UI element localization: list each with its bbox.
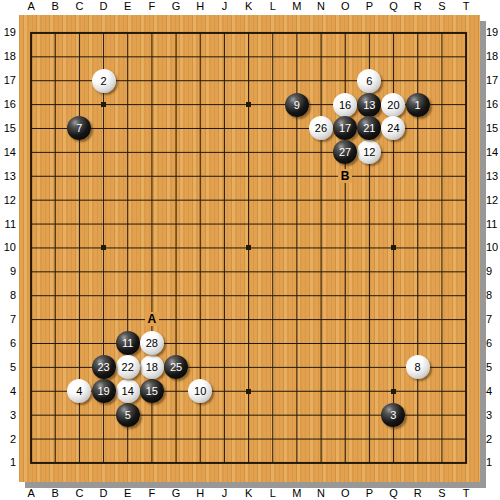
stone-black-23: 23 (92, 355, 116, 379)
coord-left-14: 14 (0, 146, 16, 159)
coord-top-N: N (309, 0, 333, 13)
coord-right-1: 1 (486, 456, 500, 469)
coord-left-7: 7 (0, 313, 16, 326)
coord-bottom-P: P (357, 487, 381, 500)
stone-number: 8 (415, 361, 421, 373)
stone-number: 24 (387, 122, 399, 134)
stone-white-10: 10 (188, 379, 212, 403)
star-point-d10 (101, 245, 106, 250)
coord-right-6: 6 (486, 337, 500, 350)
coord-left-13: 13 (0, 170, 16, 183)
coord-left-11: 11 (0, 218, 16, 231)
stone-white-26: 26 (309, 116, 333, 140)
coord-left-5: 5 (0, 361, 16, 374)
coord-bottom-D: D (92, 487, 116, 500)
stone-number: 20 (387, 99, 399, 111)
coord-top-F: F (140, 0, 164, 13)
stone-number: 13 (363, 99, 375, 111)
coord-top-L: L (261, 0, 285, 13)
stone-number: 21 (363, 122, 375, 134)
coord-top-Q: Q (382, 0, 406, 13)
stone-number: 6 (366, 75, 372, 87)
coord-right-12: 12 (486, 194, 500, 207)
coord-bottom-S: S (430, 487, 454, 500)
stone-number: 5 (125, 409, 131, 421)
stone-number: 2 (100, 75, 106, 87)
coord-right-7: 7 (486, 313, 500, 326)
stone-black-5: 5 (116, 403, 140, 427)
marker-b: B (338, 169, 352, 183)
stone-white-6: 6 (357, 69, 381, 93)
stone-black-7: 7 (67, 116, 91, 140)
coord-left-18: 18 (0, 50, 16, 63)
coord-right-14: 14 (486, 146, 500, 159)
coord-top-J: J (212, 0, 236, 13)
stone-white-2: 2 (92, 69, 116, 93)
coord-right-11: 11 (486, 218, 500, 231)
coord-bottom-A: A (19, 487, 43, 500)
star-point-q10 (391, 245, 396, 250)
coord-right-4: 4 (486, 385, 500, 398)
goban[interactable]: 1234567891011121314151617181920212223242… (19, 15, 480, 482)
marker-a: A (145, 312, 159, 326)
go-diagram: 1234567891011121314151617181920212223242… (0, 0, 500, 500)
stone-black-13: 13 (357, 93, 381, 117)
coord-right-13: 13 (486, 170, 500, 183)
stone-white-8: 8 (406, 355, 430, 379)
coord-bottom-H: H (188, 487, 212, 500)
stone-white-14: 14 (116, 379, 140, 403)
coord-left-15: 15 (0, 122, 16, 135)
coord-right-9: 9 (486, 265, 500, 278)
stone-number: 25 (170, 361, 182, 373)
coord-right-17: 17 (486, 74, 500, 87)
stone-number: 22 (122, 361, 134, 373)
coord-bottom-L: L (261, 487, 285, 500)
coord-right-8: 8 (486, 289, 500, 302)
coord-right-2: 2 (486, 433, 500, 446)
coord-right-10: 10 (486, 241, 500, 254)
stone-number: 26 (315, 122, 327, 134)
coord-bottom-T: T (454, 487, 478, 500)
coord-left-4: 4 (0, 385, 16, 398)
coord-left-12: 12 (0, 194, 16, 207)
coord-top-H: H (188, 0, 212, 13)
coord-top-T: T (454, 0, 478, 13)
stone-number: 11 (122, 337, 133, 349)
stone-number: 4 (76, 385, 82, 397)
coord-left-9: 9 (0, 265, 16, 278)
coord-top-D: D (92, 0, 116, 13)
stone-black-19: 19 (92, 379, 116, 403)
star-point-k10 (246, 245, 251, 250)
stone-number: 23 (97, 361, 109, 373)
stone-black-15: 15 (140, 379, 164, 403)
stone-number: 3 (390, 409, 396, 421)
stone-number: 9 (294, 99, 300, 111)
coord-top-E: E (116, 0, 140, 13)
stone-number: 7 (76, 122, 82, 134)
stone-black-9: 9 (285, 93, 309, 117)
stone-black-17: 17 (333, 116, 357, 140)
stone-number: 18 (146, 361, 158, 373)
coord-top-R: R (406, 0, 430, 13)
coord-left-10: 10 (0, 241, 16, 254)
coord-bottom-N: N (309, 487, 333, 500)
stone-number: 12 (363, 146, 375, 158)
stone-white-18: 18 (140, 355, 164, 379)
coord-left-3: 3 (0, 409, 16, 422)
stone-number: 19 (97, 385, 109, 397)
stone-black-25: 25 (164, 355, 188, 379)
coord-bottom-F: F (140, 487, 164, 500)
stone-white-20: 20 (381, 93, 405, 117)
star-point-q4 (391, 389, 396, 394)
stone-number: 17 (339, 122, 351, 134)
stone-number: 16 (339, 99, 351, 111)
coord-bottom-Q: Q (382, 487, 406, 500)
coord-top-A: A (19, 0, 43, 13)
coord-top-K: K (237, 0, 261, 13)
stone-number: 1 (415, 99, 421, 111)
stone-black-11: 11 (116, 331, 140, 355)
star-point-d16 (101, 102, 106, 107)
coord-bottom-K: K (237, 487, 261, 500)
coord-left-8: 8 (0, 289, 16, 302)
stone-black-3: 3 (381, 403, 405, 427)
coord-left-16: 16 (0, 98, 16, 111)
coord-bottom-C: C (67, 487, 91, 500)
coord-right-5: 5 (486, 361, 500, 374)
coord-bottom-R: R (406, 487, 430, 500)
coord-bottom-G: G (164, 487, 188, 500)
stone-number: 10 (194, 385, 206, 397)
stone-number: 27 (339, 146, 351, 158)
coord-top-B: B (43, 0, 67, 13)
stone-number: 15 (146, 385, 158, 397)
board-grid: 1234567891011121314151617181920212223242… (19, 21, 478, 475)
coord-left-6: 6 (0, 337, 16, 350)
coord-top-C: C (67, 0, 91, 13)
coord-left-1: 1 (0, 456, 16, 469)
coord-right-18: 18 (486, 50, 500, 63)
stone-white-12: 12 (357, 140, 381, 164)
stone-black-1: 1 (406, 93, 430, 117)
coord-right-16: 16 (486, 98, 500, 111)
coord-top-G: G (164, 0, 188, 13)
stone-white-22: 22 (116, 355, 140, 379)
stone-white-16: 16 (333, 93, 357, 117)
stone-black-21: 21 (357, 116, 381, 140)
coord-bottom-J: J (212, 487, 236, 500)
coord-left-17: 17 (0, 74, 16, 87)
coord-top-M: M (285, 0, 309, 13)
stone-number: 28 (146, 337, 158, 349)
stone-number: 14 (122, 385, 134, 397)
coord-right-19: 19 (486, 26, 500, 39)
coord-bottom-M: M (285, 487, 309, 500)
stone-black-27: 27 (333, 140, 357, 164)
coord-left-19: 19 (0, 26, 16, 39)
star-point-k4 (246, 389, 251, 394)
stone-white-4: 4 (67, 379, 91, 403)
coord-top-S: S (430, 0, 454, 13)
coord-bottom-O: O (333, 487, 357, 500)
coord-bottom-E: E (116, 487, 140, 500)
coord-left-2: 2 (0, 433, 16, 446)
coord-bottom-B: B (43, 487, 67, 500)
stone-white-24: 24 (381, 116, 405, 140)
stone-white-28: 28 (140, 331, 164, 355)
coord-right-3: 3 (486, 409, 500, 422)
coord-right-15: 15 (486, 122, 500, 135)
coord-top-P: P (357, 0, 381, 13)
coord-top-O: O (333, 0, 357, 13)
star-point-k16 (246, 102, 251, 107)
